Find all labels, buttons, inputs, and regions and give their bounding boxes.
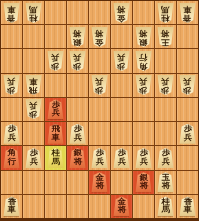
kanji-glyph: 兵 (95, 77, 103, 86)
square-84[interactable]: 飛車 (23, 74, 44, 97)
piece-gote-gold-52[interactable]: 金将 (91, 27, 108, 47)
square-35[interactable] (133, 98, 154, 121)
square-13[interactable] (177, 49, 198, 72)
piece-sente-pawn-66[interactable]: 歩兵 (69, 124, 86, 144)
kanji-glyph: 行 (7, 158, 15, 167)
piece-gote-lance-11[interactable]: 香車 (179, 3, 196, 23)
kanji-glyph: 兵 (117, 158, 125, 167)
kanji-glyph: 将 (95, 182, 103, 191)
kanji-glyph: 歩 (161, 85, 169, 94)
square-81[interactable]: 桂馬 (23, 1, 44, 24)
square-79[interactable] (45, 195, 66, 218)
square-59[interactable] (89, 195, 110, 218)
piece-gote-rook-84[interactable]: 飛車 (25, 75, 42, 95)
square-89[interactable] (23, 195, 44, 218)
kanji-glyph: 将 (73, 158, 81, 167)
square-16[interactable]: 歩兵 (177, 122, 198, 145)
kanji-glyph: 兵 (51, 109, 59, 118)
kanji-glyph: 歩 (73, 61, 81, 70)
shogi-board: 香車桂馬金将桂馬香車銀将金将銀将王将歩兵歩兵歩兵角行歩兵飛車歩兵歩兵歩兵歩兵歩兵… (0, 0, 199, 221)
square-19[interactable]: 香車 (177, 195, 198, 218)
kanji-glyph: 金 (95, 37, 103, 46)
piece-sente-gold-49[interactable]: 金将 (113, 196, 130, 216)
kanji-glyph: 将 (73, 28, 81, 37)
piece-sente-pawn-16[interactable]: 歩兵 (179, 124, 196, 144)
piece-sente-gold-58[interactable]: 金将 (91, 172, 108, 192)
piece-sente-knight-29[interactable]: 桂馬 (157, 196, 174, 216)
kanji-glyph: 兵 (73, 52, 81, 61)
piece-sente-pawn-47[interactable]: 歩兵 (113, 148, 130, 168)
square-97-red-highlight[interactable]: 角行 (1, 146, 22, 169)
piece-gote-pawn-85[interactable]: 歩兵 (25, 99, 42, 119)
square-72[interactable] (45, 25, 66, 48)
square-12[interactable] (177, 25, 198, 48)
square-73[interactable]: 歩兵 (45, 49, 66, 72)
piece-sente-king-28[interactable]: 玉将 (157, 172, 174, 192)
square-85[interactable]: 歩兵 (23, 98, 44, 121)
kanji-glyph: 兵 (161, 158, 169, 167)
kanji-glyph: 歩 (51, 61, 59, 70)
square-77-yellow-highlight[interactable]: 桂馬 (45, 146, 66, 169)
kanji-glyph: 歩 (139, 85, 147, 94)
kanji-glyph: 将 (95, 28, 103, 37)
square-55[interactable] (89, 98, 110, 121)
kanji-glyph: 歩 (29, 109, 37, 118)
square-42[interactable] (111, 25, 132, 48)
square-15[interactable] (177, 98, 198, 121)
kanji-glyph: 兵 (7, 77, 15, 86)
kanji-glyph: 馬 (51, 158, 59, 167)
square-27[interactable]: 歩兵 (155, 146, 176, 169)
square-25[interactable] (155, 98, 176, 121)
square-24[interactable]: 歩兵 (155, 74, 176, 97)
square-75-red-highlight[interactable]: 歩兵 (45, 98, 66, 121)
kanji-glyph: 角 (139, 61, 147, 70)
square-26[interactable] (155, 122, 176, 145)
square-65[interactable] (67, 98, 88, 121)
square-58-red-highlight[interactable]: 金将 (89, 171, 110, 194)
square-37[interactable]: 歩兵 (133, 146, 154, 169)
square-53[interactable] (89, 49, 110, 72)
square-62[interactable]: 銀将 (67, 25, 88, 48)
square-76-red-highlight[interactable]: 飛車 (45, 122, 66, 145)
piece-sente-lance-19[interactable]: 香車 (179, 196, 196, 216)
square-78[interactable] (45, 171, 66, 194)
kanji-glyph: 兵 (51, 52, 59, 61)
piece-gote-lance-91[interactable]: 香車 (3, 3, 20, 23)
piece-gote-silver-32[interactable]: 銀将 (135, 27, 152, 47)
piece-gote-knight-21[interactable]: 桂馬 (157, 3, 174, 23)
kanji-glyph: 将 (161, 28, 169, 37)
piece-gote-pawn-63[interactable]: 歩兵 (69, 51, 86, 71)
square-11[interactable]: 香車 (177, 1, 198, 24)
square-32[interactable]: 銀将 (133, 25, 154, 48)
square-93[interactable] (1, 49, 22, 72)
piece-sente-pawn-87[interactable]: 歩兵 (25, 148, 42, 168)
square-17[interactable] (177, 146, 198, 169)
piece-sente-bishop-97[interactable]: 角行 (3, 148, 20, 168)
kanji-glyph: 銀 (73, 37, 81, 46)
square-96[interactable]: 歩兵 (1, 122, 22, 145)
kanji-glyph: 兵 (95, 158, 103, 167)
kanji-glyph: 将 (139, 28, 147, 37)
square-88[interactable] (23, 171, 44, 194)
kanji-glyph: 将 (117, 4, 125, 13)
square-38-red-highlight[interactable]: 銀将 (133, 171, 154, 194)
piece-sente-silver-38[interactable]: 銀将 (135, 172, 152, 192)
kanji-glyph: 将 (117, 206, 125, 215)
piece-gote-pawn-94[interactable]: 歩兵 (3, 75, 20, 95)
kanji-glyph: 兵 (73, 134, 81, 143)
kanji-glyph: 将 (161, 182, 169, 191)
square-82[interactable] (23, 25, 44, 48)
square-31[interactable] (133, 1, 154, 24)
kanji-glyph: 銀 (139, 37, 147, 46)
piece-gote-pawn-54[interactable]: 歩兵 (91, 75, 108, 95)
kanji-glyph: 兵 (139, 77, 147, 86)
square-49-red-highlight[interactable]: 金将 (111, 195, 132, 218)
square-33[interactable]: 角行 (133, 49, 154, 72)
piece-sente-knight-77[interactable]: 桂馬 (47, 148, 64, 168)
kanji-glyph: 兵 (183, 77, 191, 86)
square-22[interactable]: 王将 (155, 25, 176, 48)
square-45[interactable] (111, 98, 132, 121)
kanji-glyph: 王 (161, 37, 169, 46)
kanji-glyph: 馬 (29, 4, 37, 13)
kanji-glyph: 兵 (117, 52, 125, 61)
square-36[interactable] (133, 122, 154, 145)
square-99[interactable]: 香車 (1, 195, 22, 218)
piece-gote-pawn-14[interactable]: 歩兵 (179, 75, 196, 95)
square-98[interactable] (1, 171, 22, 194)
square-91[interactable]: 香車 (1, 1, 22, 24)
piece-gote-king-22[interactable]: 王将 (157, 27, 174, 47)
square-87[interactable]: 歩兵 (23, 146, 44, 169)
square-64[interactable] (67, 74, 88, 97)
piece-sente-pawn-27[interactable]: 歩兵 (157, 148, 174, 168)
piece-sente-pawn-37[interactable]: 歩兵 (135, 148, 152, 168)
square-51[interactable] (89, 1, 110, 24)
piece-sente-rook-76[interactable]: 飛車 (47, 124, 64, 144)
square-61[interactable] (67, 1, 88, 24)
kanji-glyph: 歩 (95, 85, 103, 94)
square-83[interactable] (23, 49, 44, 72)
kanji-glyph: 兵 (139, 158, 147, 167)
piece-sente-pawn-75[interactable]: 歩兵 (47, 99, 64, 119)
square-18[interactable] (177, 171, 198, 194)
square-68[interactable] (67, 171, 88, 194)
square-44[interactable] (111, 74, 132, 97)
kanji-glyph: 兵 (183, 134, 191, 143)
kanji-glyph: 車 (7, 4, 15, 13)
kanji-glyph: 車 (7, 206, 15, 215)
kanji-glyph: 将 (139, 182, 147, 191)
square-48[interactable] (111, 171, 132, 194)
piece-gote-knight-81[interactable]: 桂馬 (25, 3, 42, 23)
square-67-red-highlight[interactable]: 銀将 (67, 146, 88, 169)
square-21[interactable]: 桂馬 (155, 1, 176, 24)
square-86[interactable] (23, 122, 44, 145)
square-14[interactable]: 歩兵 (177, 74, 198, 97)
square-46[interactable] (111, 122, 132, 145)
square-43[interactable]: 歩兵 (111, 49, 132, 72)
kanji-glyph: 飛 (29, 85, 37, 94)
square-47[interactable]: 歩兵 (111, 146, 132, 169)
kanji-glyph: 車 (51, 134, 59, 143)
kanji-glyph: 兵 (161, 77, 169, 86)
square-95[interactable] (1, 98, 22, 121)
kanji-glyph: 車 (183, 206, 191, 215)
piece-gote-pawn-24[interactable]: 歩兵 (157, 75, 174, 95)
kanji-glyph: 兵 (29, 158, 37, 167)
piece-gote-gold-41[interactable]: 金将 (113, 3, 130, 23)
square-41[interactable]: 金将 (111, 1, 132, 24)
piece-gote-pawn-34[interactable]: 歩兵 (135, 75, 152, 95)
shogi-app: 香車桂馬金将桂馬香車銀将金将銀将王将歩兵歩兵歩兵角行歩兵飛車歩兵歩兵歩兵歩兵歩兵… (0, 0, 199, 221)
square-34[interactable]: 歩兵 (133, 74, 154, 97)
kanji-glyph: 車 (29, 77, 37, 86)
piece-gote-pawn-73[interactable]: 歩兵 (47, 51, 64, 71)
kanji-glyph: 馬 (161, 206, 169, 215)
piece-sente-lance-99[interactable]: 香車 (3, 196, 20, 216)
square-92[interactable] (1, 25, 22, 48)
square-63[interactable]: 歩兵 (67, 49, 88, 72)
square-39[interactable] (133, 195, 154, 218)
square-52[interactable]: 金将 (89, 25, 110, 48)
square-54[interactable]: 歩兵 (89, 74, 110, 97)
kanji-glyph: 行 (139, 52, 147, 61)
square-28[interactable]: 玉将 (155, 171, 176, 194)
square-56[interactable] (89, 122, 110, 145)
square-29[interactable]: 桂馬 (155, 195, 176, 218)
square-57[interactable]: 歩兵 (89, 146, 110, 169)
square-71[interactable] (45, 1, 66, 24)
kanji-glyph: 車 (183, 4, 191, 13)
piece-gote-bishop-33[interactable]: 角行 (135, 51, 152, 71)
kanji-glyph: 馬 (161, 4, 169, 13)
square-66[interactable]: 歩兵 (67, 122, 88, 145)
square-23[interactable] (155, 49, 176, 72)
kanji-glyph: 歩 (7, 85, 15, 94)
piece-sente-pawn-96[interactable]: 歩兵 (3, 124, 20, 144)
piece-gote-silver-62[interactable]: 銀将 (69, 27, 86, 47)
kanji-glyph: 歩 (117, 61, 125, 70)
kanji-glyph: 兵 (7, 134, 15, 143)
piece-sente-pawn-57[interactable]: 歩兵 (91, 148, 108, 168)
square-69[interactable] (67, 195, 88, 218)
piece-gote-pawn-43[interactable]: 歩兵 (113, 51, 130, 71)
piece-sente-silver-67[interactable]: 銀将 (69, 148, 86, 168)
kanji-glyph: 歩 (183, 85, 191, 94)
square-94[interactable]: 歩兵 (1, 74, 22, 97)
kanji-glyph: 兵 (29, 101, 37, 110)
square-74[interactable] (45, 74, 66, 97)
